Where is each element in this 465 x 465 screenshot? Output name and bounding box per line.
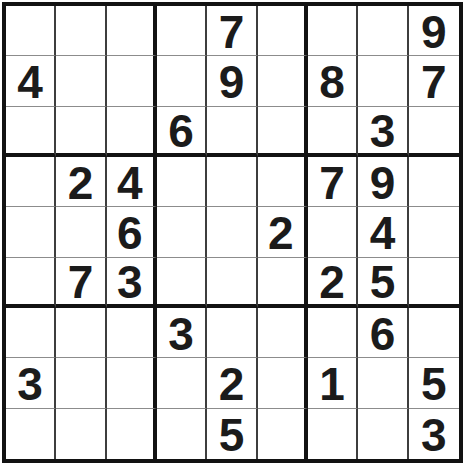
cell-r3c1-empty[interactable] <box>6 107 56 157</box>
cell-r3c3-empty[interactable] <box>107 107 157 157</box>
cell-r9c6-empty[interactable] <box>258 409 308 459</box>
cell-r4c1-empty[interactable] <box>6 157 56 207</box>
cell-r3c2-empty[interactable] <box>56 107 106 157</box>
cell-r4c7-given: 7 <box>308 157 358 207</box>
cell-r1c4-empty[interactable] <box>157 6 207 56</box>
cell-r2c3-empty[interactable] <box>107 56 157 106</box>
cell-r7c6-empty[interactable] <box>258 308 308 358</box>
cell-r7c5-empty[interactable] <box>207 308 257 358</box>
cell-r4c9-empty[interactable] <box>409 157 459 207</box>
cell-r4c4-empty[interactable] <box>157 157 207 207</box>
cell-r5c3-given: 6 <box>107 207 157 257</box>
cell-r6c2-given: 7 <box>56 258 106 308</box>
cell-r7c1-empty[interactable] <box>6 308 56 358</box>
cell-r5c8-given: 4 <box>358 207 408 257</box>
cell-r6c7-given: 2 <box>308 258 358 308</box>
cell-r2c5-given: 9 <box>207 56 257 106</box>
cell-r1c8-empty[interactable] <box>358 6 408 56</box>
cell-r2c7-given: 8 <box>308 56 358 106</box>
cell-r8c8-empty[interactable] <box>358 358 408 408</box>
cell-r9c4-empty[interactable] <box>157 409 207 459</box>
cell-r5c9-empty[interactable] <box>409 207 459 257</box>
cell-r2c6-empty[interactable] <box>258 56 308 106</box>
cell-r8c5-given: 2 <box>207 358 257 408</box>
cell-r3c5-empty[interactable] <box>207 107 257 157</box>
cell-r7c9-empty[interactable] <box>409 308 459 358</box>
sudoku-board: 794987632479624732536321553 <box>2 2 463 463</box>
cell-r3c6-empty[interactable] <box>258 107 308 157</box>
cell-r1c2-empty[interactable] <box>56 6 106 56</box>
cell-r2c4-empty[interactable] <box>157 56 207 106</box>
cell-r1c6-empty[interactable] <box>258 6 308 56</box>
cell-r6c9-empty[interactable] <box>409 258 459 308</box>
cell-r9c3-empty[interactable] <box>107 409 157 459</box>
cell-r9c9-given: 3 <box>409 409 459 459</box>
sudoku-puzzle: 794987632479624732536321553 <box>0 0 465 465</box>
cell-r1c3-empty[interactable] <box>107 6 157 56</box>
cell-r3c7-empty[interactable] <box>308 107 358 157</box>
cell-r4c2-given: 2 <box>56 157 106 207</box>
cell-r8c3-empty[interactable] <box>107 358 157 408</box>
cell-r4c5-empty[interactable] <box>207 157 257 207</box>
cell-r1c1-empty[interactable] <box>6 6 56 56</box>
cell-r5c7-empty[interactable] <box>308 207 358 257</box>
cell-r2c1-given: 4 <box>6 56 56 106</box>
cell-r2c2-empty[interactable] <box>56 56 106 106</box>
cell-r6c3-given: 3 <box>107 258 157 308</box>
cell-r4c8-given: 9 <box>358 157 408 207</box>
cell-r7c2-empty[interactable] <box>56 308 106 358</box>
cell-r8c7-given: 1 <box>308 358 358 408</box>
cell-r2c8-empty[interactable] <box>358 56 408 106</box>
cell-r9c7-empty[interactable] <box>308 409 358 459</box>
cell-r9c2-empty[interactable] <box>56 409 106 459</box>
cell-r8c6-empty[interactable] <box>258 358 308 408</box>
cell-r6c1-empty[interactable] <box>6 258 56 308</box>
cell-r7c8-given: 6 <box>358 308 408 358</box>
cell-r8c4-empty[interactable] <box>157 358 207 408</box>
cell-r5c6-given: 2 <box>258 207 308 257</box>
cell-r6c5-empty[interactable] <box>207 258 257 308</box>
cell-r6c6-empty[interactable] <box>258 258 308 308</box>
cell-r5c2-empty[interactable] <box>56 207 106 257</box>
cell-r3c8-given: 3 <box>358 107 408 157</box>
cell-r8c9-given: 5 <box>409 358 459 408</box>
cell-r9c8-empty[interactable] <box>358 409 408 459</box>
cell-r8c2-empty[interactable] <box>56 358 106 408</box>
cell-r5c4-empty[interactable] <box>157 207 207 257</box>
cell-r1c9-given: 9 <box>409 6 459 56</box>
cell-r7c4-given: 3 <box>157 308 207 358</box>
cell-r7c3-empty[interactable] <box>107 308 157 358</box>
cell-r7c7-empty[interactable] <box>308 308 358 358</box>
cell-r3c9-empty[interactable] <box>409 107 459 157</box>
cell-r6c4-empty[interactable] <box>157 258 207 308</box>
cell-r9c5-given: 5 <box>207 409 257 459</box>
cell-r2c9-given: 7 <box>409 56 459 106</box>
cell-r1c5-given: 7 <box>207 6 257 56</box>
cell-r4c3-given: 4 <box>107 157 157 207</box>
cell-r3c4-given: 6 <box>157 107 207 157</box>
cell-r8c1-given: 3 <box>6 358 56 408</box>
cell-r9c1-empty[interactable] <box>6 409 56 459</box>
cell-r1c7-empty[interactable] <box>308 6 358 56</box>
cell-r5c5-empty[interactable] <box>207 207 257 257</box>
cell-r5c1-empty[interactable] <box>6 207 56 257</box>
cell-r6c8-given: 5 <box>358 258 408 308</box>
cell-r4c6-empty[interactable] <box>258 157 308 207</box>
